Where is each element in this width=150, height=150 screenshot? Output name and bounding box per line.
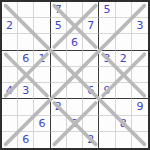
cell-r1c2[interactable] <box>18 2 34 18</box>
cell-r7c6[interactable] <box>83 99 99 115</box>
cell-r6c1[interactable]: 4 <box>2 83 18 99</box>
cell-r8c8[interactable]: 8 <box>116 116 132 132</box>
cell-r2c1[interactable]: 2 <box>2 18 18 34</box>
cell-r4c6[interactable] <box>83 51 99 67</box>
cell-r8c9[interactable] <box>132 116 148 132</box>
given-digit: 2 <box>55 101 62 112</box>
cell-r6c2[interactable]: 3 <box>18 83 34 99</box>
cell-r7c2[interactable] <box>18 99 34 115</box>
cell-r7c3[interactable] <box>34 99 50 115</box>
cell-r1c3[interactable] <box>34 2 50 18</box>
cell-r2c4[interactable]: 5 <box>51 18 67 34</box>
cell-r9c1[interactable] <box>2 132 18 148</box>
cell-r4c4[interactable] <box>51 51 67 67</box>
cell-r5c3[interactable] <box>34 67 50 83</box>
given-digit: 1 <box>39 53 46 64</box>
cell-r3c1[interactable] <box>2 34 18 50</box>
cell-r5c9[interactable] <box>132 67 148 83</box>
given-digit: 3 <box>22 85 29 96</box>
cell-r6c5[interactable] <box>67 83 83 99</box>
cell-r5c8[interactable] <box>116 67 132 83</box>
cell-r3c6[interactable] <box>83 34 99 50</box>
cell-r5c4[interactable] <box>51 67 67 83</box>
cell-r3c8[interactable] <box>116 34 132 50</box>
cell-r7c9[interactable]: 9 <box>132 99 148 115</box>
cell-r6c8[interactable] <box>116 83 132 99</box>
cell-r9c4[interactable] <box>51 132 67 148</box>
cell-r8c5[interactable]: 3 <box>67 116 83 132</box>
cell-r6c6[interactable]: 6 <box>83 83 99 99</box>
given-digit: 6 <box>39 118 46 129</box>
cell-r6c4[interactable] <box>51 83 67 99</box>
cell-r3c4[interactable] <box>51 34 67 50</box>
given-digit: 9 <box>103 85 110 96</box>
cell-r7c4[interactable]: 2 <box>51 99 67 115</box>
cell-r5c7[interactable] <box>99 67 115 83</box>
cell-r4c5[interactable] <box>67 51 83 67</box>
cell-r4c8[interactable]: 2 <box>116 51 132 67</box>
given-digit: 6 <box>22 53 29 64</box>
given-digit: 6 <box>71 37 78 48</box>
given-digit: 6 <box>87 85 94 96</box>
given-digit: 7 <box>87 20 94 31</box>
cell-r6c7[interactable]: 9 <box>99 83 115 99</box>
given-digit: 8 <box>120 118 127 129</box>
cell-r6c3[interactable] <box>34 83 50 99</box>
given-digit: 3 <box>103 53 110 64</box>
given-digit: 3 <box>136 20 143 31</box>
cell-r5c2[interactable] <box>18 67 34 83</box>
cell-r2c9[interactable]: 3 <box>132 18 148 34</box>
cell-r6c9[interactable] <box>132 83 148 99</box>
given-digit: 9 <box>136 101 143 112</box>
cell-r5c5[interactable] <box>67 67 83 83</box>
cell-r9c9[interactable] <box>132 132 148 148</box>
cell-r7c7[interactable] <box>99 99 115 115</box>
cell-r1c1[interactable] <box>2 2 18 18</box>
cell-r2c7[interactable] <box>99 18 115 34</box>
cell-r1c4[interactable]: 7 <box>51 2 67 18</box>
cell-r9c8[interactable] <box>116 132 132 148</box>
sudoku-board: 7525736613243692963862 <box>0 0 150 150</box>
given-digit: 2 <box>6 20 13 31</box>
cell-r8c2[interactable] <box>18 116 34 132</box>
given-digit: 2 <box>87 134 94 145</box>
cell-r9c5[interactable] <box>67 132 83 148</box>
cell-r3c7[interactable] <box>99 34 115 50</box>
cell-r7c1[interactable] <box>2 99 18 115</box>
cell-r2c5[interactable] <box>67 18 83 34</box>
cell-r9c7[interactable] <box>99 132 115 148</box>
cell-r2c3[interactable] <box>34 18 50 34</box>
cell-r8c7[interactable] <box>99 116 115 132</box>
cell-r8c6[interactable] <box>83 116 99 132</box>
cell-r3c2[interactable] <box>18 34 34 50</box>
cell-r9c2[interactable]: 6 <box>18 132 34 148</box>
cell-r8c1[interactable] <box>2 116 18 132</box>
cell-r2c2[interactable] <box>18 18 34 34</box>
cell-r4c1[interactable] <box>2 51 18 67</box>
cell-r7c8[interactable] <box>116 99 132 115</box>
given-digit: 6 <box>22 134 29 145</box>
cell-r2c6[interactable]: 7 <box>83 18 99 34</box>
cell-r3c5[interactable]: 6 <box>67 34 83 50</box>
given-digit: 7 <box>55 4 62 15</box>
cell-r1c7[interactable]: 5 <box>99 2 115 18</box>
cell-r1c8[interactable] <box>116 2 132 18</box>
cell-r5c1[interactable] <box>2 67 18 83</box>
cell-r1c6[interactable] <box>83 2 99 18</box>
cell-r4c2[interactable]: 6 <box>18 51 34 67</box>
cell-r3c9[interactable] <box>132 34 148 50</box>
cell-r4c3[interactable]: 1 <box>34 51 50 67</box>
cell-r2c8[interactable] <box>116 18 132 34</box>
cell-r9c6[interactable]: 2 <box>83 132 99 148</box>
given-digit: 3 <box>71 118 78 129</box>
cell-r9c3[interactable] <box>34 132 50 148</box>
given-digit: 2 <box>120 53 127 64</box>
cell-r1c5[interactable] <box>67 2 83 18</box>
given-digit: 5 <box>103 4 110 15</box>
cell-r7c5[interactable] <box>67 99 83 115</box>
cell-r4c7[interactable]: 3 <box>99 51 115 67</box>
given-digit: 4 <box>6 85 13 96</box>
cell-r3c3[interactable] <box>34 34 50 50</box>
cell-r1c9[interactable] <box>132 2 148 18</box>
cell-r8c3[interactable]: 6 <box>34 116 50 132</box>
cell-r5c6[interactable] <box>83 67 99 83</box>
sudoku-grid: 7525736613243692963862 <box>2 2 148 148</box>
cell-r4c9[interactable] <box>132 51 148 67</box>
given-digit: 5 <box>55 20 62 31</box>
cell-r8c4[interactable] <box>51 116 67 132</box>
